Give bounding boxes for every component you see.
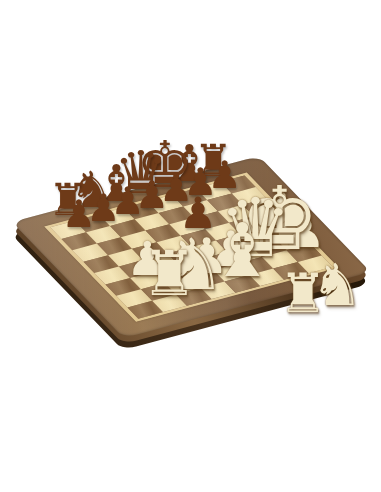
dark-pawn-b7: ♟	[86, 188, 120, 226]
light-pawn-h3: ♟	[272, 196, 314, 243]
dark-rook-a8: ♜	[48, 178, 87, 222]
dark-bishop-f8: ♝	[166, 138, 212, 189]
light-pawn-g4: ♟	[237, 193, 277, 238]
light-rook-offboard: ♜	[279, 267, 327, 321]
light-knight-c1: ♞	[162, 229, 226, 300]
dark-bishop-c8: ♝	[94, 158, 140, 209]
dark-pawn-e5: ♟	[179, 192, 218, 235]
light-pawn-b3: ♟	[126, 235, 168, 282]
photo-stage: ♜♞♝♛♚♝♜♟♟♟♟♟♟♟♟♟♟♟♟♟♟♛♚♟♜♞♝♜♞	[0, 0, 381, 492]
light-knight-offboard: ♞	[311, 256, 363, 314]
dark-king-e8: ♚	[136, 132, 193, 196]
dark-queen-d8: ♛	[114, 144, 167, 203]
light-pawn-d2: ♟	[185, 232, 229, 281]
light-bishop-e1: ♝	[209, 213, 275, 287]
dark-pawn-e7: ♟	[159, 169, 193, 207]
dark-pawn-f7: ♟	[183, 162, 217, 200]
light-pawn-h4: ♟	[262, 187, 302, 232]
light-king-g2: ♚	[240, 175, 319, 263]
dark-rook-g8: ♜	[194, 139, 233, 183]
light-rook-b1: ♜	[141, 244, 197, 306]
pieces-layer: ♜♞♝♛♚♝♜♟♟♟♟♟♟♟♟♟♟♟♟♟♟♛♚♟♜♞♝♜♞	[0, 0, 381, 492]
dark-pawn-g7: ♟	[208, 156, 242, 194]
dark-knight-b8: ♞	[70, 165, 115, 215]
dark-pawn-c7: ♟	[110, 182, 144, 220]
light-pawn-h2: ♟	[282, 206, 326, 255]
dark-pawn-d7: ♟	[135, 175, 169, 213]
light-pawn-e2: ♟	[209, 225, 253, 274]
light-queen-f2: ♛	[219, 188, 292, 269]
dark-pawn-a7: ♟	[62, 195, 96, 233]
